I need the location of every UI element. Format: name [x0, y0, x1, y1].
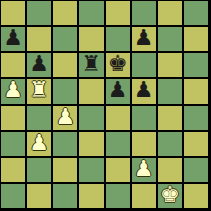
square-g4[interactable] [158, 106, 182, 130]
square-e3[interactable] [106, 132, 130, 156]
white-rook-piece: ♜ [29, 79, 49, 101]
square-e2[interactable] [106, 158, 130, 182]
square-a5[interactable]: ♟ [1, 79, 25, 103]
square-b6[interactable]: ♟ [27, 53, 51, 77]
square-g5[interactable] [158, 79, 182, 103]
white-pawn-piece: ♟ [134, 158, 154, 180]
square-a6[interactable] [1, 53, 25, 77]
square-e8[interactable] [106, 1, 130, 25]
black-pawn-piece: ♟ [29, 53, 49, 75]
black-pawn-piece: ♟ [3, 27, 23, 49]
square-f8[interactable] [132, 1, 156, 25]
square-h2[interactable] [184, 158, 208, 182]
square-d2[interactable] [79, 158, 103, 182]
square-g7[interactable] [158, 27, 182, 51]
black-pawn-piece: ♟ [134, 27, 154, 49]
square-e7[interactable] [106, 27, 130, 51]
square-e6[interactable]: ♚ [106, 53, 130, 77]
square-b8[interactable] [27, 1, 51, 25]
black-rook-piece: ♜ [82, 53, 102, 75]
square-h1[interactable] [184, 184, 208, 208]
square-a4[interactable] [1, 106, 25, 130]
black-pawn-piece: ♟ [108, 79, 128, 101]
square-c5[interactable] [53, 79, 77, 103]
square-c8[interactable] [53, 1, 77, 25]
square-a2[interactable] [1, 158, 25, 182]
square-g8[interactable] [158, 1, 182, 25]
square-f5[interactable]: ♟ [132, 79, 156, 103]
square-h3[interactable] [184, 132, 208, 156]
square-h4[interactable] [184, 106, 208, 130]
square-h7[interactable] [184, 27, 208, 51]
square-f1[interactable] [132, 184, 156, 208]
square-a8[interactable] [1, 1, 25, 25]
square-a3[interactable] [1, 132, 25, 156]
square-c6[interactable] [53, 53, 77, 77]
square-f4[interactable] [132, 106, 156, 130]
square-h6[interactable] [184, 53, 208, 77]
square-d7[interactable] [79, 27, 103, 51]
square-c4[interactable]: ♟ [53, 106, 77, 130]
square-g6[interactable] [158, 53, 182, 77]
square-b7[interactable] [27, 27, 51, 51]
square-g2[interactable] [158, 158, 182, 182]
white-pawn-piece: ♟ [3, 79, 23, 101]
black-king-piece: ♚ [108, 53, 128, 75]
square-b5[interactable]: ♜ [27, 79, 51, 103]
square-c1[interactable] [53, 184, 77, 208]
square-c3[interactable] [53, 132, 77, 156]
square-g3[interactable] [158, 132, 182, 156]
square-e5[interactable]: ♟ [106, 79, 130, 103]
chess-board: ♟♟♟♜♚♟♜♟♟♟♟♟♚ [0, 0, 211, 211]
square-f2[interactable]: ♟ [132, 158, 156, 182]
square-f6[interactable] [132, 53, 156, 77]
white-pawn-piece: ♟ [29, 132, 49, 154]
square-e1[interactable] [106, 184, 130, 208]
square-d8[interactable] [79, 1, 103, 25]
square-e4[interactable] [106, 106, 130, 130]
black-pawn-piece: ♟ [134, 79, 154, 101]
square-b1[interactable] [27, 184, 51, 208]
square-d5[interactable] [79, 79, 103, 103]
white-king-piece: ♚ [160, 184, 180, 206]
square-b4[interactable] [27, 106, 51, 130]
square-b2[interactable] [27, 158, 51, 182]
square-f7[interactable]: ♟ [132, 27, 156, 51]
square-d6[interactable]: ♜ [79, 53, 103, 77]
square-f3[interactable] [132, 132, 156, 156]
square-c2[interactable] [53, 158, 77, 182]
square-d4[interactable] [79, 106, 103, 130]
square-g1[interactable]: ♚ [158, 184, 182, 208]
square-h8[interactable] [184, 1, 208, 25]
square-d3[interactable] [79, 132, 103, 156]
square-b3[interactable]: ♟ [27, 132, 51, 156]
square-c7[interactable] [53, 27, 77, 51]
white-pawn-piece: ♟ [55, 106, 75, 128]
square-h5[interactable] [184, 79, 208, 103]
square-d1[interactable] [79, 184, 103, 208]
square-a1[interactable] [1, 184, 25, 208]
square-a7[interactable]: ♟ [1, 27, 25, 51]
